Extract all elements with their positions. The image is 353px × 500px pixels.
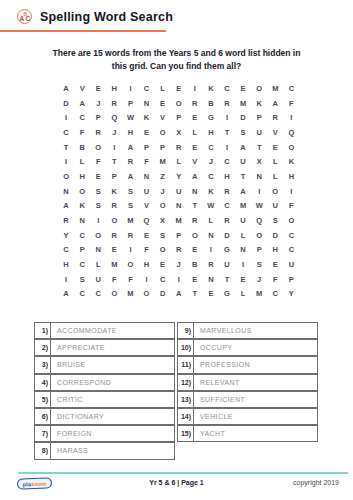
grid-cell: C	[219, 199, 235, 214]
word-list-row: 13)SUFFICIENT	[177, 391, 318, 408]
grid-cell: S	[122, 184, 138, 199]
grid-cell: O	[106, 213, 122, 228]
grid-cell: E	[235, 272, 251, 287]
word-search-grid: AVEHICLEIKCEOMCDAJRPNEORBRMKAFICPQWKVPEG…	[58, 81, 299, 301]
grid-cell: T	[58, 140, 74, 155]
abc-icon: B A C	[17, 9, 32, 24]
grid-cell: B	[203, 96, 219, 111]
word-number: 8)	[35, 443, 51, 458]
grid-cell: N	[235, 243, 251, 258]
grid-cell: S	[267, 213, 283, 228]
grid-cell: H	[283, 169, 299, 184]
grid-cell: P	[155, 140, 171, 155]
grid-cell: H	[138, 257, 154, 272]
grid-cell: X	[155, 213, 171, 228]
grid-cell: C	[74, 110, 90, 125]
grid-cell: S	[122, 199, 138, 214]
grid-cell: O	[106, 287, 122, 302]
word-list-row: 12)RELEVANT	[177, 374, 318, 391]
word-label: SUFFICIENT	[194, 392, 317, 407]
grid-cell: Q	[251, 213, 267, 228]
word-list-left: 1)ACCOMMODATE2)APPRECIATE3)BRUISE4)CORRE…	[34, 322, 175, 460]
word-label: OCCUPY	[194, 340, 317, 355]
grid-cell: G	[219, 243, 235, 258]
word-label: ACCOMMODATE	[51, 323, 174, 338]
grid-cell: C	[283, 228, 299, 243]
grid-cell: E	[106, 243, 122, 258]
grid-cell: L	[74, 154, 90, 169]
grid-cell: C	[219, 81, 235, 96]
grid-cell: T	[219, 272, 235, 287]
grid-cell: L	[155, 81, 171, 96]
grid-cell: S	[251, 257, 267, 272]
grid-cell: C	[138, 81, 154, 96]
grid-cell: V	[138, 199, 154, 214]
grid-cell: O	[283, 213, 299, 228]
grid-cell: E	[187, 140, 203, 155]
grid-cell: P	[106, 169, 122, 184]
grid-cell: T	[187, 199, 203, 214]
grid-cell: W	[122, 110, 138, 125]
grid-cell: U	[251, 125, 267, 140]
word-number: 6)	[35, 409, 51, 424]
grid-cell: U	[171, 184, 187, 199]
grid-cell: I	[187, 81, 203, 96]
grid-cell: O	[155, 243, 171, 258]
grid-cell: F	[74, 125, 90, 140]
grid-cell: E	[138, 125, 154, 140]
grid-cell: S	[155, 228, 171, 243]
grid-cell: U	[219, 257, 235, 272]
grid-cell: E	[267, 257, 283, 272]
grid-cell: D	[235, 110, 251, 125]
grid-cell: O	[171, 96, 187, 111]
grid-cell: H	[122, 125, 138, 140]
grid-cell: C	[74, 257, 90, 272]
grid-cell: T	[187, 287, 203, 302]
grid-cell: U	[138, 184, 154, 199]
grid-cell: M	[155, 154, 171, 169]
grid-cell: J	[203, 154, 219, 169]
grid-cell: A	[122, 169, 138, 184]
grid-cell: E	[155, 96, 171, 111]
grid-cell: C	[203, 140, 219, 155]
grid-cell: B	[187, 257, 203, 272]
grid-cell: L	[171, 154, 187, 169]
grid-cell: Y	[283, 287, 299, 302]
word-number: 7)	[35, 426, 51, 441]
grid-cell: L	[267, 169, 283, 184]
grid-cell: O	[251, 81, 267, 96]
grid-cell: A	[74, 96, 90, 111]
grid-cell: O	[251, 228, 267, 243]
grid-cell: J	[106, 125, 122, 140]
grid-cell: D	[219, 228, 235, 243]
grid-cell: A	[58, 199, 74, 214]
grid-cell: S	[90, 184, 106, 199]
grid-cell: R	[187, 96, 203, 111]
grid-cell: C	[203, 169, 219, 184]
grid-cell: M	[106, 257, 122, 272]
grid-cell: P	[171, 110, 187, 125]
grid-cell: S	[90, 199, 106, 214]
grid-cell: A	[171, 287, 187, 302]
grid-cell: G	[219, 287, 235, 302]
grid-cell: K	[283, 154, 299, 169]
grid-cell: H	[219, 169, 235, 184]
grid-cell: H	[58, 257, 74, 272]
word-label: DICTIONARY	[51, 409, 174, 424]
grid-cell: S	[74, 272, 90, 287]
word-list-row: 2)APPRECIATE	[34, 339, 175, 356]
grid-cell: E	[187, 272, 203, 287]
grid-cell: D	[58, 96, 74, 111]
grid-cell: I	[138, 272, 154, 287]
grid-cell: K	[203, 184, 219, 199]
word-label: YACHT	[194, 426, 317, 441]
grid-cell: N	[138, 96, 154, 111]
word-list-row: 14)VEHICLE	[177, 408, 318, 425]
grid-cell: M	[235, 199, 251, 214]
grid-cell: Y	[171, 169, 187, 184]
grid-cell: O	[267, 184, 283, 199]
word-number: 5)	[35, 392, 51, 407]
grid-cell: O	[155, 125, 171, 140]
grid-cell: A	[235, 140, 251, 155]
grid-cell: H	[106, 81, 122, 96]
grid-cell: L	[235, 228, 251, 243]
word-label: HARASS	[51, 443, 174, 458]
grid-cell: N	[171, 199, 187, 214]
word-number: 10)	[178, 340, 194, 355]
grid-cell: I	[58, 154, 74, 169]
grid-cell: A	[58, 287, 74, 302]
grid-cell: K	[138, 110, 154, 125]
word-label: CRITIC	[51, 392, 174, 407]
grid-cell: E	[235, 81, 251, 96]
grid-cell: T	[219, 125, 235, 140]
grid-cell: M	[122, 213, 138, 228]
grid-cell: V	[155, 110, 171, 125]
grid-cell: R	[106, 228, 122, 243]
page-title: Spelling Word Search	[40, 10, 173, 24]
intro-text: There are 15 words from the Years 5 and …	[51, 47, 303, 72]
grid-cell: L	[90, 257, 106, 272]
word-list-right: 9)MARVELLOUS10)OCCUPY11)PROFESSION12)REL…	[177, 322, 318, 442]
grid-cell: R	[106, 199, 122, 214]
grid-cell: L	[187, 125, 203, 140]
grid-cell: Q	[283, 125, 299, 140]
grid-cell: O	[74, 184, 90, 199]
grid-cell: F	[122, 272, 138, 287]
word-number: 1)	[35, 323, 51, 338]
grid-cell: R	[267, 110, 283, 125]
grid-cell: U	[235, 154, 251, 169]
grid-cell: M	[171, 213, 187, 228]
grid-cell: F	[283, 96, 299, 111]
intro-block: There are 15 words from the Years 5 and …	[0, 47, 353, 72]
grid-cell: K	[106, 184, 122, 199]
worksheet-page: B A C Spelling Word Search There are 15 …	[0, 0, 353, 500]
grid-cell: H	[267, 243, 283, 258]
grid-cell: O	[90, 228, 106, 243]
grid-cell: X	[171, 125, 187, 140]
word-number: 14)	[178, 409, 194, 424]
grid-cell: E	[155, 257, 171, 272]
grid-cell: I	[58, 272, 74, 287]
grid-cell: K	[74, 199, 90, 214]
grid-cell: R	[171, 243, 187, 258]
grid-cell: I	[283, 110, 299, 125]
grid-cell: I	[283, 184, 299, 199]
grid-cell: R	[106, 96, 122, 111]
word-list-row: 15)YACHT	[177, 425, 318, 442]
grid-cell: V	[187, 154, 203, 169]
grid-cell: O	[155, 199, 171, 214]
word-number: 15)	[178, 426, 194, 441]
grid-cell: N	[58, 184, 74, 199]
grid-cell: P	[74, 243, 90, 258]
grid-cell: R	[122, 154, 138, 169]
word-list-row: 11)PROFESSION	[177, 356, 318, 373]
grid-cell: W	[251, 199, 267, 214]
grid-cell: H	[203, 125, 219, 140]
grid-cell: I	[251, 184, 267, 199]
grid-cell: M	[267, 81, 283, 96]
word-list-row: 1)ACCOMMODATE	[34, 322, 175, 339]
word-list-row: 7)FOREIGN	[34, 425, 175, 442]
grid-cell: I	[122, 81, 138, 96]
grid-cell: J	[171, 257, 187, 272]
grid-cell: O	[187, 228, 203, 243]
grid-cell: N	[138, 169, 154, 184]
grid-cell: E	[90, 81, 106, 96]
word-number: 11)	[178, 357, 194, 372]
grid-cell: Y	[58, 228, 74, 243]
grid-cell: C	[219, 154, 235, 169]
grid-cell: N	[203, 228, 219, 243]
grid-cell: N	[203, 272, 219, 287]
grid-cell: C	[58, 243, 74, 258]
word-number: 9)	[178, 323, 194, 338]
word-label: BRUISE	[51, 357, 174, 372]
word-label: PROFESSION	[194, 357, 317, 372]
word-number: 12)	[178, 375, 194, 390]
grid-cell: P	[90, 110, 106, 125]
grid-cell: L	[235, 287, 251, 302]
grid-cell: O	[138, 287, 154, 302]
grid-cell: U	[235, 213, 251, 228]
grid-cell: A	[122, 140, 138, 155]
grid-cell: W	[203, 199, 219, 214]
grid-cell: J	[90, 96, 106, 111]
grid-cell: I	[171, 272, 187, 287]
grid-cell: R	[171, 140, 187, 155]
grid-cell: M	[235, 96, 251, 111]
grid-cell: R	[219, 96, 235, 111]
grid-cell: K	[203, 81, 219, 96]
grid-cell: M	[122, 287, 138, 302]
grid-cell: C	[74, 287, 90, 302]
grid-cell: X	[251, 154, 267, 169]
grid-cell: I	[235, 257, 251, 272]
grid-cell: P	[171, 228, 187, 243]
word-label: MARVELLOUS	[194, 323, 317, 338]
grid-cell: C	[74, 228, 90, 243]
word-list-row: 5)CRITIC	[34, 391, 175, 408]
grid-cell: R	[187, 213, 203, 228]
grid-cell: O	[283, 140, 299, 155]
grid-cell: N	[90, 243, 106, 258]
grid-cell: A	[187, 169, 203, 184]
word-number: 13)	[178, 392, 194, 407]
word-number: 4)	[35, 375, 51, 390]
word-list-row: 4)CORRESPOND	[34, 374, 175, 391]
grid-cell: H	[74, 169, 90, 184]
grid-cell: N	[251, 169, 267, 184]
grid-cell: C	[267, 287, 283, 302]
word-label: CORRESPOND	[51, 375, 174, 390]
grid-cell: J	[155, 184, 171, 199]
grid-cell: T	[106, 154, 122, 169]
footer-rule	[18, 472, 348, 474]
word-label: VEHICLE	[194, 409, 317, 424]
grid-cell: R	[219, 184, 235, 199]
grid-cell: I	[203, 243, 219, 258]
grid-cell: Z	[155, 169, 171, 184]
grid-cell: O	[58, 169, 74, 184]
grid-cell: F	[283, 199, 299, 214]
grid-cell: E	[171, 81, 187, 96]
word-list-row: 6)DICTIONARY	[34, 408, 175, 425]
grid-cell: C	[283, 243, 299, 258]
grid-cell: P	[251, 110, 267, 125]
grid-cell: F	[138, 154, 154, 169]
grid-cell: M	[251, 287, 267, 302]
grid-cell: U	[283, 257, 299, 272]
grid-cell: G	[203, 110, 219, 125]
abc-icon-letter-a: A	[20, 15, 25, 22]
grid-cell: P	[251, 243, 267, 258]
grid-cell: I	[219, 140, 235, 155]
word-list-row: 9)MARVELLOUS	[177, 322, 318, 339]
grid-cell: A	[58, 81, 74, 96]
grid-cell: E	[90, 169, 106, 184]
abc-icon-letter-c: C	[26, 15, 31, 22]
grid-cell: I	[106, 140, 122, 155]
grid-cell: F	[267, 272, 283, 287]
grid-cell: D	[155, 287, 171, 302]
grid-cell: V	[267, 125, 283, 140]
grid-cell: E	[187, 110, 203, 125]
word-label: FOREIGN	[51, 426, 174, 441]
grid-cell: P	[283, 272, 299, 287]
grid-cell: I	[122, 243, 138, 258]
grid-cell: F	[106, 272, 122, 287]
grid-cell: I	[90, 213, 106, 228]
grid-cell: R	[219, 213, 235, 228]
word-list-row: 3)BRUISE	[34, 356, 175, 373]
grid-cell: D	[267, 228, 283, 243]
footer-copyright: copyright 2019	[293, 479, 339, 486]
grid-cell: T	[251, 140, 267, 155]
grid-cell: N	[74, 213, 90, 228]
grid-cell: C	[155, 272, 171, 287]
grid-cell: E	[187, 243, 203, 258]
grid-cell: K	[251, 96, 267, 111]
grid-cell: O	[122, 257, 138, 272]
word-list-row: 8)HARASS	[34, 442, 175, 459]
grid-cell: U	[90, 272, 106, 287]
grid-cell: S	[235, 125, 251, 140]
grid-cell: E	[138, 228, 154, 243]
grid-cell: Q	[138, 213, 154, 228]
grid-cell: L	[267, 154, 283, 169]
grid-cell: O	[90, 140, 106, 155]
grid-cell: E	[267, 140, 283, 155]
grid-cell: R	[90, 125, 106, 140]
grid-cell: N	[187, 184, 203, 199]
grid-cell: C	[58, 125, 74, 140]
grid-cell: U	[267, 199, 283, 214]
word-list-row: 10)OCCUPY	[177, 339, 318, 356]
grid-cell: T	[235, 169, 251, 184]
grid-cell: E	[203, 287, 219, 302]
grid-cell: L	[203, 213, 219, 228]
grid-cell: R	[122, 228, 138, 243]
grid-cell: C	[90, 287, 106, 302]
grid-cell: A	[235, 184, 251, 199]
grid-cell: F	[138, 243, 154, 258]
grid-cell: P	[122, 96, 138, 111]
grid-cell: J	[251, 272, 267, 287]
grid-cell: R	[58, 213, 74, 228]
grid-cell: B	[74, 140, 90, 155]
grid-cell: Q	[106, 110, 122, 125]
word-number: 3)	[35, 357, 51, 372]
grid-cell: A	[267, 96, 283, 111]
word-label: RELEVANT	[194, 375, 317, 390]
grid-cell: F	[90, 154, 106, 169]
word-label: APPRECIATE	[51, 340, 174, 355]
grid-cell: I	[219, 110, 235, 125]
grid-cell: V	[74, 81, 90, 96]
header-underline	[0, 30, 166, 32]
grid-cell: P	[138, 140, 154, 155]
grid-cell: C	[283, 81, 299, 96]
grid-cell: I	[58, 110, 74, 125]
grid-cell: R	[203, 257, 219, 272]
word-number: 2)	[35, 340, 51, 355]
